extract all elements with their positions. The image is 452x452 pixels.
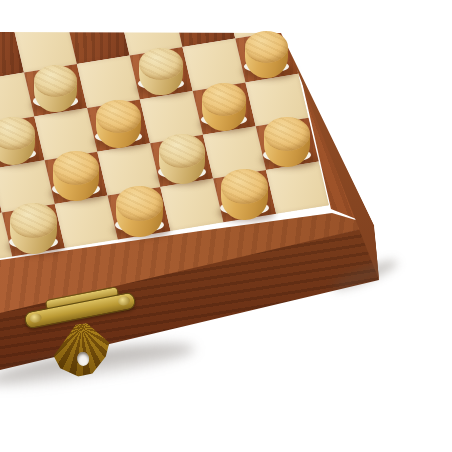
checker-piece [116,186,163,240]
checker-piece [245,31,288,80]
checker-piece [221,169,268,223]
checker-piece [0,117,35,168]
checker-piece [202,83,247,134]
checker-piece [53,151,99,203]
pieces-layer [0,0,452,452]
checker-piece [159,134,205,186]
checker-piece [10,203,57,257]
checker-piece [264,117,310,169]
checker-piece [34,65,77,114]
checker-piece [139,48,182,97]
checker-piece [96,100,141,151]
product-photo [0,0,452,452]
